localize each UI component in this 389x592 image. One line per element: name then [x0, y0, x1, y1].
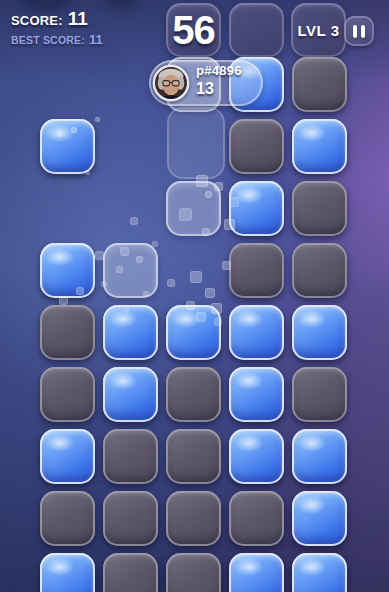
particle-square [130, 217, 138, 225]
tile-dark-r7c3[interactable] [166, 429, 221, 484]
particle-square [179, 208, 192, 221]
tile-dark-r1c5[interactable] [292, 57, 347, 112]
particle-square [85, 170, 90, 175]
tile-blue-r7c1[interactable] [40, 429, 95, 484]
score-value: 11 [68, 9, 88, 28]
tile-blue-r4c1[interactable] [40, 243, 95, 298]
moves-counter-value: 56 [172, 8, 215, 53]
cell-empty-r2c2 [103, 119, 158, 174]
game-screen: SCORE: 11 BEST SCORE: 11 56 LVL 3 [0, 0, 389, 592]
particle-square [196, 175, 208, 187]
particle-square [214, 318, 222, 326]
particle-square [190, 271, 202, 283]
level-tile: LVL 3 [291, 3, 346, 57]
best-score-label: BEST SCORE: [11, 35, 85, 46]
ghost-tile [167, 107, 225, 179]
particle-square [71, 127, 77, 133]
tile-dark-r6c5[interactable] [292, 367, 347, 422]
tile-white-r3c3[interactable] [166, 181, 221, 236]
particle-square [205, 288, 215, 298]
particle-square [58, 133, 62, 137]
tile-dark-r6c1[interactable] [40, 367, 95, 422]
header-spare-tile [229, 3, 284, 57]
particle-square [186, 301, 195, 310]
pause-icon [361, 25, 365, 38]
player-badge[interactable]: p#4896 13 [149, 60, 263, 106]
particle-square [136, 256, 143, 263]
tile-dark-r4c4[interactable] [229, 243, 284, 298]
particle-square [196, 312, 206, 322]
particle-square [205, 191, 212, 198]
tile-dark-r6c3[interactable] [166, 367, 221, 422]
background-blob [106, 0, 136, 9]
particle-square [76, 287, 84, 295]
tile-blue-r5c4[interactable] [229, 305, 284, 360]
cell-empty-r3c2 [103, 181, 158, 236]
particle-square [152, 241, 158, 247]
particle-square [222, 261, 231, 270]
score-line: SCORE: 11 [11, 9, 103, 28]
tile-blue-r5c5[interactable] [292, 305, 347, 360]
tile-dark-r7c2[interactable] [103, 429, 158, 484]
tile-dark-r8c2[interactable] [103, 491, 158, 546]
particle-square [224, 219, 235, 230]
cell-empty-r1c1 [40, 57, 95, 112]
score-block: SCORE: 11 BEST SCORE: 11 [11, 9, 103, 46]
player-badge-texts: p#4896 13 [196, 64, 242, 97]
tile-dark-r2c4[interactable] [229, 119, 284, 174]
player-name: p#4896 [196, 64, 242, 77]
pause-button[interactable] [344, 16, 374, 46]
tile-dark-r9c2[interactable] [103, 553, 158, 592]
tile-blue-r7c5[interactable] [292, 429, 347, 484]
tile-blue-r9c1[interactable] [40, 553, 95, 592]
particle-square [211, 303, 222, 314]
particle-square [95, 251, 104, 260]
particle-square [143, 291, 149, 297]
particle-square [214, 182, 223, 191]
best-score-value: 11 [89, 33, 103, 46]
tile-dark-r9c3[interactable] [166, 553, 221, 592]
tile-dark-r4c5[interactable] [292, 243, 347, 298]
score-label: SCORE: [11, 14, 63, 27]
tile-blue-r9c4[interactable] [229, 553, 284, 592]
tile-dark-r8c1[interactable] [40, 491, 95, 546]
particle-square [59, 296, 68, 305]
particle-square [116, 266, 123, 273]
tile-blue-r7c4[interactable] [229, 429, 284, 484]
particle-square [124, 308, 129, 313]
level-label: LVL 3 [298, 22, 340, 39]
tile-blue-r3c4[interactable] [229, 181, 284, 236]
particle-square [101, 281, 107, 287]
tile-blue-r9c5[interactable] [292, 553, 347, 592]
tile-blue-r2c1[interactable] [40, 119, 95, 174]
particle-square [229, 197, 239, 207]
tile-blue-r8c5[interactable] [292, 491, 347, 546]
player-count: 13 [196, 81, 242, 97]
particle-square [95, 117, 100, 122]
tile-white-r4c2[interactable] [103, 243, 158, 298]
best-score-line: BEST SCORE: 11 [11, 33, 103, 46]
particle-square [120, 247, 129, 256]
tile-blue-r2c5[interactable] [292, 119, 347, 174]
pause-icon [353, 25, 357, 38]
tile-dark-r5c1[interactable] [40, 305, 95, 360]
cell-empty-r3c1 [40, 181, 95, 236]
moves-counter-tile: 56 [166, 3, 221, 57]
tile-dark-r8c3[interactable] [166, 491, 221, 546]
tile-blue-r6c4[interactable] [229, 367, 284, 422]
tile-dark-r3c5[interactable] [292, 181, 347, 236]
particle-square [167, 279, 175, 287]
tile-dark-r8c4[interactable] [229, 491, 284, 546]
tile-blue-r6c2[interactable] [103, 367, 158, 422]
player-avatar [152, 64, 190, 102]
player-avatar-photo [152, 64, 190, 102]
tile-blue-r5c2[interactable] [103, 305, 158, 360]
particle-square [202, 228, 210, 236]
